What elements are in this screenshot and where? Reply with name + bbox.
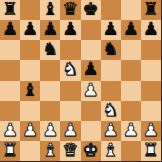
piece-black-knight[interactable]: ♞ — [42, 40, 58, 58]
piece-white-rook[interactable]: ♜ — [143, 141, 159, 159]
square-h1[interactable]: ♜ — [141, 141, 161, 161]
piece-white-pawn[interactable]: ♟ — [62, 121, 78, 139]
square-e8[interactable]: ♚ — [81, 0, 101, 20]
square-f6[interactable]: ♞ — [101, 40, 121, 60]
square-a2[interactable]: ♟ — [0, 121, 20, 141]
square-c4[interactable] — [40, 81, 60, 101]
square-b7[interactable]: ♟ — [20, 20, 40, 40]
square-e4[interactable]: ♟ — [81, 81, 101, 101]
square-b6[interactable] — [20, 40, 40, 60]
square-a4[interactable] — [0, 81, 20, 101]
square-h5[interactable] — [141, 60, 161, 80]
square-c6[interactable]: ♞ — [40, 40, 60, 60]
square-h6[interactable] — [141, 40, 161, 60]
square-f3[interactable]: ♞ — [101, 101, 121, 121]
square-c1[interactable]: ♝ — [40, 141, 60, 161]
square-e7[interactable] — [81, 20, 101, 40]
piece-black-bishop[interactable]: ♝ — [22, 81, 38, 99]
piece-white-pawn[interactable]: ♟ — [123, 121, 139, 139]
square-d6[interactable] — [60, 40, 80, 60]
square-b4[interactable]: ♝ — [20, 81, 40, 101]
square-d7[interactable]: ♟ — [60, 20, 80, 40]
piece-black-pawn[interactable]: ♟ — [82, 60, 98, 78]
square-a1[interactable]: ♜ — [0, 141, 20, 161]
square-e3[interactable] — [81, 101, 101, 121]
square-g6[interactable] — [121, 40, 141, 60]
square-d5[interactable]: ♞ — [60, 60, 80, 80]
piece-black-pawn[interactable]: ♟ — [143, 20, 159, 38]
square-a8[interactable]: ♜ — [0, 0, 20, 20]
piece-black-pawn[interactable]: ♟ — [22, 20, 38, 38]
square-d2[interactable]: ♟ — [60, 121, 80, 141]
square-g4[interactable] — [121, 81, 141, 101]
piece-black-pawn[interactable]: ♟ — [2, 20, 18, 38]
square-h7[interactable]: ♟ — [141, 20, 161, 40]
square-a5[interactable] — [0, 60, 20, 80]
square-e2[interactable] — [81, 121, 101, 141]
piece-black-king[interactable]: ♚ — [82, 0, 98, 18]
square-d8[interactable]: ♛ — [60, 0, 80, 20]
square-e1[interactable]: ♚ — [81, 141, 101, 161]
piece-black-pawn[interactable]: ♟ — [123, 20, 139, 38]
square-c8[interactable]: ♝ — [40, 0, 60, 20]
piece-black-pawn[interactable]: ♟ — [103, 20, 119, 38]
piece-white-knight[interactable]: ♞ — [62, 60, 78, 78]
square-b8[interactable] — [20, 0, 40, 20]
square-h4[interactable] — [141, 81, 161, 101]
piece-white-rook[interactable]: ♜ — [2, 141, 18, 159]
piece-black-rook[interactable]: ♜ — [2, 0, 18, 18]
square-a3[interactable] — [0, 101, 20, 121]
square-f8[interactable] — [101, 0, 121, 20]
square-c2[interactable]: ♟ — [40, 121, 60, 141]
piece-white-knight[interactable]: ♞ — [103, 101, 119, 119]
piece-black-queen[interactable]: ♛ — [62, 0, 78, 18]
square-c3[interactable] — [40, 101, 60, 121]
square-g2[interactable]: ♟ — [121, 121, 141, 141]
square-d4[interactable] — [60, 81, 80, 101]
square-g7[interactable]: ♟ — [121, 20, 141, 40]
square-g8[interactable] — [121, 0, 141, 20]
piece-white-bishop[interactable]: ♝ — [42, 141, 58, 159]
square-b3[interactable] — [20, 101, 40, 121]
piece-white-pawn[interactable]: ♟ — [2, 121, 18, 139]
piece-white-pawn[interactable]: ♟ — [22, 121, 38, 139]
square-c5[interactable] — [40, 60, 60, 80]
square-c7[interactable]: ♟ — [40, 20, 60, 40]
square-a7[interactable]: ♟ — [0, 20, 20, 40]
square-b5[interactable] — [20, 60, 40, 80]
square-f2[interactable]: ♟ — [101, 121, 121, 141]
chess-board: ♜♝♛♚♜♟♟♟♟♟♟♟♞♞♞♟♝♟♞♟♟♟♟♟♟♟♜♝♛♚♝♜ — [0, 0, 162, 162]
square-a6[interactable] — [0, 40, 20, 60]
square-b1[interactable] — [20, 141, 40, 161]
piece-white-king[interactable]: ♚ — [82, 141, 98, 159]
square-b2[interactable]: ♟ — [20, 121, 40, 141]
square-f5[interactable] — [101, 60, 121, 80]
square-e5[interactable]: ♟ — [81, 60, 101, 80]
square-h3[interactable] — [141, 101, 161, 121]
square-g5[interactable] — [121, 60, 141, 80]
square-f7[interactable]: ♟ — [101, 20, 121, 40]
piece-white-queen[interactable]: ♛ — [62, 141, 78, 159]
piece-black-rook[interactable]: ♜ — [143, 0, 159, 18]
square-f4[interactable] — [101, 81, 121, 101]
piece-black-pawn[interactable]: ♟ — [62, 20, 78, 38]
piece-white-pawn[interactable]: ♟ — [103, 121, 119, 139]
piece-black-bishop[interactable]: ♝ — [42, 0, 58, 18]
square-h8[interactable]: ♜ — [141, 0, 161, 20]
piece-black-pawn[interactable]: ♟ — [42, 20, 58, 38]
square-g3[interactable] — [121, 101, 141, 121]
square-e6[interactable] — [81, 40, 101, 60]
square-f1[interactable]: ♝ — [101, 141, 121, 161]
piece-black-knight[interactable]: ♞ — [103, 40, 119, 58]
square-d3[interactable] — [60, 101, 80, 121]
piece-white-pawn[interactable]: ♟ — [42, 121, 58, 139]
square-d1[interactable]: ♛ — [60, 141, 80, 161]
piece-white-pawn[interactable]: ♟ — [82, 81, 98, 99]
piece-white-pawn[interactable]: ♟ — [143, 121, 159, 139]
square-h2[interactable]: ♟ — [141, 121, 161, 141]
square-g1[interactable] — [121, 141, 141, 161]
piece-white-bishop[interactable]: ♝ — [103, 141, 119, 159]
